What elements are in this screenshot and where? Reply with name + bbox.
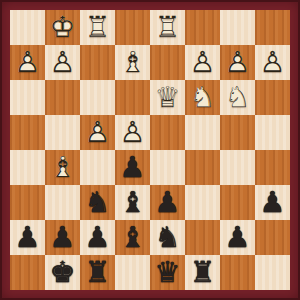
piece-white-knight: ♞♘ <box>220 80 255 115</box>
piece-black-pawn: ♟ <box>80 220 115 255</box>
square-c7[interactable] <box>80 45 115 80</box>
square-f6[interactable]: ♞♘ <box>185 80 220 115</box>
square-d6[interactable] <box>115 80 150 115</box>
piece-black-pawn: ♟ <box>150 185 185 220</box>
piece-white-king: ♚♔ <box>45 10 80 45</box>
square-c8[interactable]: ♜♖ <box>80 10 115 45</box>
square-f7[interactable]: ♟♙ <box>185 45 220 80</box>
square-b5[interactable] <box>45 115 80 150</box>
square-a8[interactable] <box>10 10 45 45</box>
square-a2[interactable]: ♟ <box>10 220 45 255</box>
piece-white-pawn: ♟♙ <box>220 45 255 80</box>
square-c4[interactable] <box>80 150 115 185</box>
piece-black-knight: ♞ <box>80 185 115 220</box>
piece-black-bishop: ♝ <box>115 185 150 220</box>
square-d1[interactable] <box>115 255 150 290</box>
square-g3[interactable] <box>220 185 255 220</box>
square-h8[interactable] <box>255 10 290 45</box>
square-g2[interactable]: ♟ <box>220 220 255 255</box>
square-b1[interactable]: ♚ <box>45 255 80 290</box>
square-h7[interactable]: ♟♙ <box>255 45 290 80</box>
piece-black-rook: ♜ <box>185 255 220 290</box>
square-g6[interactable]: ♞♘ <box>220 80 255 115</box>
square-e8[interactable]: ♜♖ <box>150 10 185 45</box>
piece-black-pawn: ♟ <box>10 220 45 255</box>
square-d2[interactable]: ♝ <box>115 220 150 255</box>
square-h4[interactable] <box>255 150 290 185</box>
square-d3[interactable]: ♝ <box>115 185 150 220</box>
square-g4[interactable] <box>220 150 255 185</box>
piece-black-king: ♚ <box>45 255 80 290</box>
piece-white-rook: ♜♖ <box>150 10 185 45</box>
square-e4[interactable] <box>150 150 185 185</box>
square-a4[interactable] <box>10 150 45 185</box>
piece-black-pawn: ♟ <box>115 150 150 185</box>
square-a6[interactable] <box>10 80 45 115</box>
piece-white-pawn: ♟♙ <box>115 115 150 150</box>
piece-black-pawn: ♟ <box>220 220 255 255</box>
piece-white-pawn: ♟♙ <box>45 45 80 80</box>
piece-black-bishop: ♝ <box>115 220 150 255</box>
piece-black-rook: ♜ <box>80 255 115 290</box>
chess-board: ♚♔♜♖♜♖♟♙♟♙♝♗♟♙♟♙♟♙♛♕♞♘♞♘♟♙♟♙♝♗♟♞♝♟♟♟♟♟♝♞… <box>10 10 290 290</box>
square-b7[interactable]: ♟♙ <box>45 45 80 80</box>
square-b2[interactable]: ♟ <box>45 220 80 255</box>
square-c5[interactable]: ♟♙ <box>80 115 115 150</box>
square-c1[interactable]: ♜ <box>80 255 115 290</box>
square-d4[interactable]: ♟ <box>115 150 150 185</box>
square-a5[interactable] <box>10 115 45 150</box>
piece-white-queen: ♛♕ <box>150 80 185 115</box>
square-a3[interactable] <box>10 185 45 220</box>
square-f1[interactable]: ♜ <box>185 255 220 290</box>
square-g7[interactable]: ♟♙ <box>220 45 255 80</box>
square-b3[interactable] <box>45 185 80 220</box>
square-f4[interactable] <box>185 150 220 185</box>
square-e5[interactable] <box>150 115 185 150</box>
piece-black-pawn: ♟ <box>45 220 80 255</box>
piece-white-pawn: ♟♙ <box>185 45 220 80</box>
square-g8[interactable] <box>220 10 255 45</box>
square-h3[interactable]: ♟ <box>255 185 290 220</box>
square-b4[interactable]: ♝♗ <box>45 150 80 185</box>
square-e3[interactable]: ♟ <box>150 185 185 220</box>
square-e7[interactable] <box>150 45 185 80</box>
square-a7[interactable]: ♟♙ <box>10 45 45 80</box>
square-f8[interactable] <box>185 10 220 45</box>
square-c2[interactable]: ♟ <box>80 220 115 255</box>
piece-white-knight: ♞♘ <box>185 80 220 115</box>
square-g1[interactable] <box>220 255 255 290</box>
square-e6[interactable]: ♛♕ <box>150 80 185 115</box>
piece-black-knight: ♞ <box>150 220 185 255</box>
piece-black-queen: ♛ <box>150 255 185 290</box>
square-h2[interactable] <box>255 220 290 255</box>
square-e2[interactable]: ♞ <box>150 220 185 255</box>
square-h6[interactable] <box>255 80 290 115</box>
piece-white-pawn: ♟♙ <box>255 45 290 80</box>
square-f3[interactable] <box>185 185 220 220</box>
square-c3[interactable]: ♞ <box>80 185 115 220</box>
piece-white-pawn: ♟♙ <box>10 45 45 80</box>
square-h5[interactable] <box>255 115 290 150</box>
square-g5[interactable] <box>220 115 255 150</box>
square-f2[interactable] <box>185 220 220 255</box>
square-e1[interactable]: ♛ <box>150 255 185 290</box>
piece-black-pawn: ♟ <box>255 185 290 220</box>
piece-white-bishop: ♝♗ <box>115 45 150 80</box>
piece-white-pawn: ♟♙ <box>80 115 115 150</box>
square-f5[interactable] <box>185 115 220 150</box>
board-frame: ♚♔♜♖♜♖♟♙♟♙♝♗♟♙♟♙♟♙♛♕♞♘♞♘♟♙♟♙♝♗♟♞♝♟♟♟♟♟♝♞… <box>0 0 300 300</box>
square-d8[interactable] <box>115 10 150 45</box>
square-b6[interactable] <box>45 80 80 115</box>
square-c6[interactable] <box>80 80 115 115</box>
square-d7[interactable]: ♝♗ <box>115 45 150 80</box>
square-b8[interactable]: ♚♔ <box>45 10 80 45</box>
piece-white-bishop: ♝♗ <box>45 150 80 185</box>
piece-white-rook: ♜♖ <box>80 10 115 45</box>
square-d5[interactable]: ♟♙ <box>115 115 150 150</box>
square-h1[interactable] <box>255 255 290 290</box>
square-a1[interactable] <box>10 255 45 290</box>
